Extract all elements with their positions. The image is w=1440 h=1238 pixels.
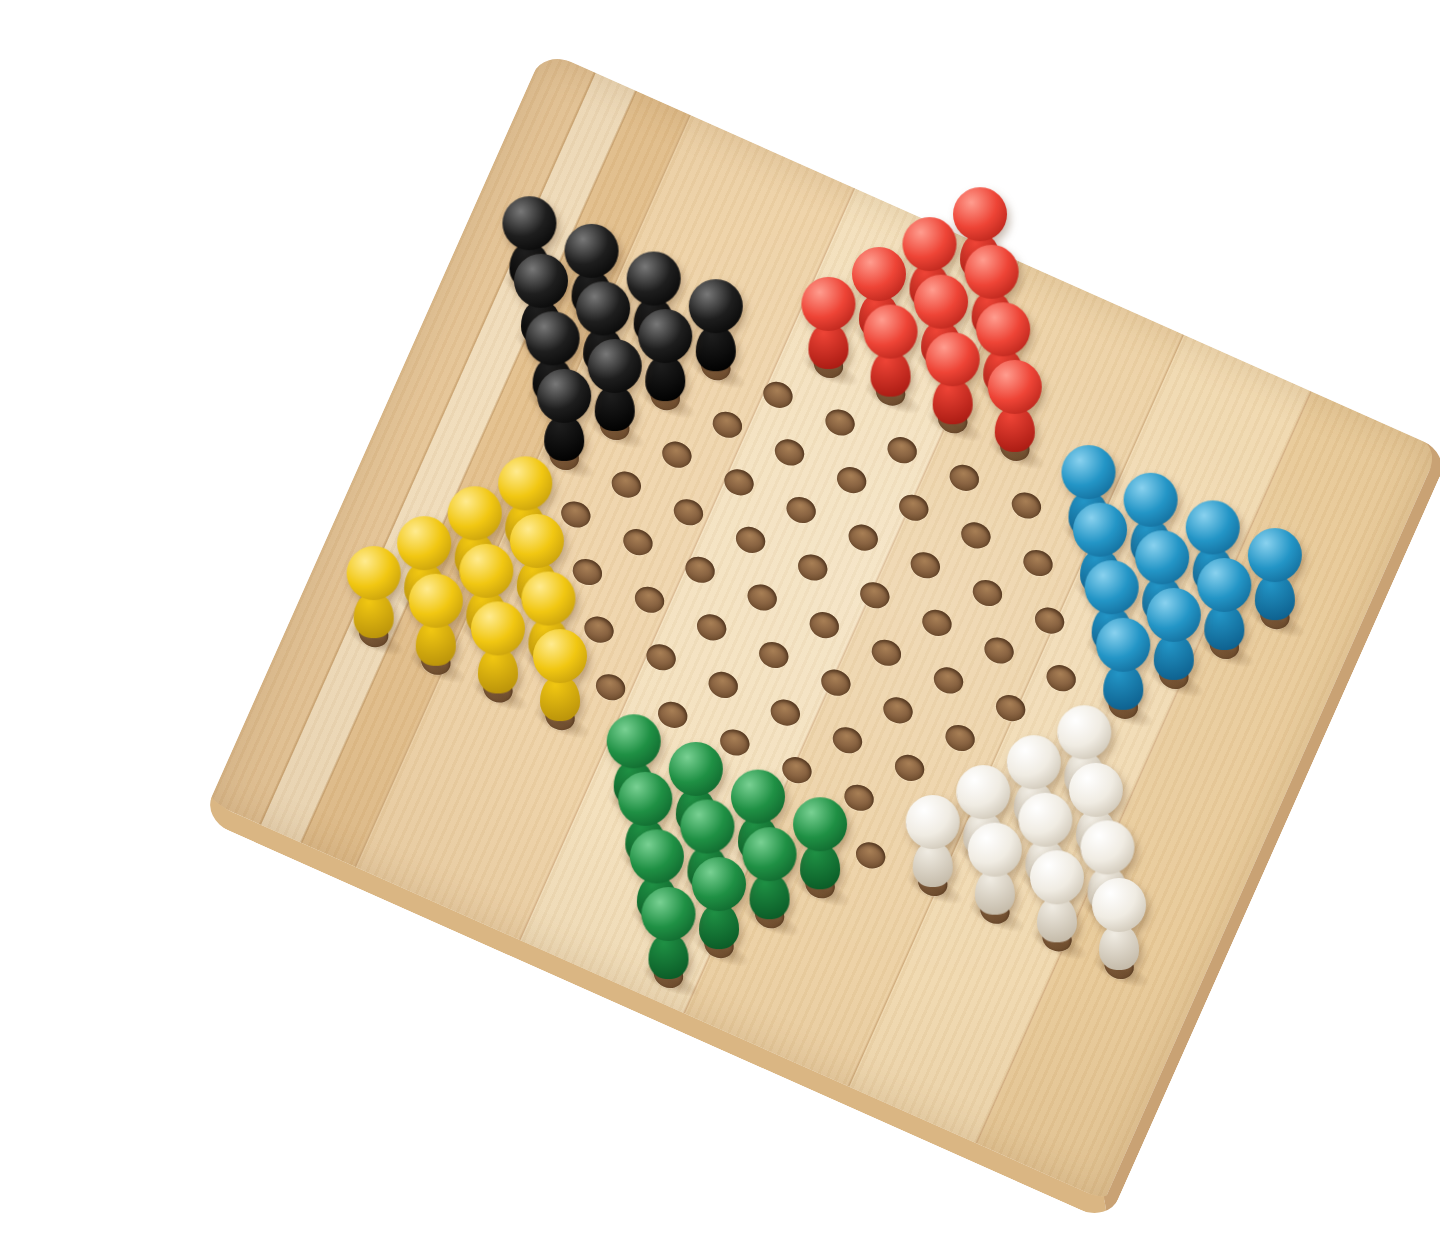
peg-ball-top bbox=[988, 360, 1042, 414]
peg-ball-top bbox=[903, 217, 957, 271]
hole-r11c6[interactable] bbox=[767, 695, 805, 730]
hole-r9c3[interactable] bbox=[681, 552, 719, 587]
blue-peg bbox=[1095, 618, 1151, 710]
red-peg bbox=[800, 277, 856, 369]
white-peg bbox=[1029, 850, 1085, 942]
hole-r8c6[interactable] bbox=[856, 578, 894, 613]
black-peg bbox=[688, 279, 744, 371]
red-peg bbox=[925, 332, 981, 424]
hole-r9c6[interactable] bbox=[868, 635, 906, 670]
peg-ball-top bbox=[526, 311, 580, 365]
peg-ball-top bbox=[397, 516, 451, 570]
peg-ball-top bbox=[689, 279, 743, 333]
hole-r8c5[interactable] bbox=[794, 550, 832, 585]
peg-ball-top bbox=[514, 254, 568, 308]
peg-ball-top bbox=[864, 305, 918, 359]
peg-ball-top bbox=[743, 827, 797, 881]
hole-r5c7[interactable] bbox=[883, 433, 921, 468]
hole-r6c7[interactable] bbox=[895, 490, 933, 525]
hole-r9c4[interactable] bbox=[743, 580, 781, 615]
hole-r13c9[interactable] bbox=[852, 838, 890, 873]
peg-ball-top bbox=[576, 281, 630, 335]
hole-r7c7[interactable] bbox=[907, 548, 945, 583]
peg-ball-top bbox=[537, 369, 591, 423]
peg-ball-top bbox=[669, 742, 723, 796]
blue-peg bbox=[1247, 528, 1303, 620]
black-peg bbox=[536, 369, 592, 461]
peg-ball-top bbox=[1085, 560, 1139, 614]
yellow-peg bbox=[346, 546, 402, 638]
peg-ball-top bbox=[565, 224, 619, 278]
hole-r6c5[interactable] bbox=[771, 435, 809, 470]
peg-ball-top bbox=[471, 601, 525, 655]
peg-ball-top bbox=[498, 456, 552, 510]
hole-r8c8[interactable] bbox=[980, 633, 1018, 668]
chinese-checkers-board bbox=[202, 50, 1440, 1222]
hole-r5c8[interactable] bbox=[945, 460, 983, 495]
hole-r10c4[interactable] bbox=[693, 610, 731, 645]
hole-r10c5[interactable] bbox=[755, 637, 793, 672]
peg-ball-top bbox=[630, 829, 684, 883]
peg-ball-top bbox=[1007, 735, 1061, 789]
hole-r7c9[interactable] bbox=[1031, 603, 1069, 638]
peg-ball-top bbox=[1135, 530, 1189, 584]
peg-ball-top bbox=[1197, 558, 1251, 612]
hole-r8c7[interactable] bbox=[918, 605, 956, 640]
peg-ball-top bbox=[968, 823, 1022, 877]
peg-ball-top bbox=[1248, 528, 1302, 582]
peg-ball-top bbox=[1018, 793, 1072, 847]
peg-ball-top bbox=[914, 275, 968, 329]
hole-r9c5[interactable] bbox=[805, 608, 843, 643]
peg-ball-top bbox=[680, 800, 734, 854]
hole-r12c4[interactable] bbox=[592, 670, 630, 705]
peg-ball-top bbox=[1092, 878, 1146, 932]
hole-r10c8[interactable] bbox=[941, 720, 979, 755]
hole-r7c5[interactable] bbox=[782, 492, 820, 527]
peg-ball-top bbox=[976, 302, 1030, 356]
yellow-peg bbox=[470, 601, 526, 693]
hole-r11c4[interactable] bbox=[642, 640, 680, 675]
hole-r6c9[interactable] bbox=[1019, 545, 1057, 580]
peg-ball-top bbox=[1081, 820, 1135, 874]
peg-ball-top bbox=[1073, 503, 1127, 557]
peg-ball-top bbox=[448, 486, 502, 540]
peg-ball-top bbox=[1062, 445, 1116, 499]
white-peg bbox=[905, 795, 961, 887]
hole-r9c7[interactable] bbox=[930, 663, 968, 698]
green-peg bbox=[742, 827, 798, 919]
hole-r7c6[interactable] bbox=[844, 520, 882, 555]
hole-r10c7[interactable] bbox=[879, 693, 917, 728]
peg-ball-top bbox=[521, 572, 575, 626]
green-peg bbox=[641, 887, 697, 979]
hole-r9c2[interactable] bbox=[619, 525, 657, 560]
hole-r7c8[interactable] bbox=[969, 575, 1007, 610]
hole-r6c8[interactable] bbox=[957, 518, 995, 553]
black-peg bbox=[587, 339, 643, 431]
peg-ball-top bbox=[502, 196, 556, 250]
hole-r8c2[interactable] bbox=[608, 467, 646, 502]
peg-ball-top bbox=[607, 714, 661, 768]
peg-ball-top bbox=[956, 765, 1010, 819]
peg-ball-top bbox=[692, 857, 746, 911]
hole-r11c7[interactable] bbox=[829, 723, 867, 758]
peg-ball-top bbox=[347, 546, 401, 600]
peg-ball-top bbox=[801, 277, 855, 331]
peg-ball-top bbox=[852, 247, 906, 301]
peg-ball-top bbox=[459, 544, 513, 598]
hole-r7c4[interactable] bbox=[720, 465, 758, 500]
hole-r10c6[interactable] bbox=[817, 665, 855, 700]
red-peg bbox=[863, 305, 919, 397]
peg-ball-top bbox=[1096, 618, 1150, 672]
hole-r11c5[interactable] bbox=[704, 667, 742, 702]
hole-r8c3[interactable] bbox=[670, 495, 708, 530]
red-peg bbox=[987, 360, 1043, 452]
hole-r8c9[interactable] bbox=[1042, 661, 1080, 696]
black-peg bbox=[637, 309, 693, 401]
green-peg bbox=[691, 857, 747, 949]
yellow-peg bbox=[532, 629, 588, 721]
peg-ball-top bbox=[953, 187, 1007, 241]
peg-ball-top bbox=[1147, 588, 1201, 642]
peg-ball-top bbox=[731, 770, 785, 824]
peg-ball-top bbox=[1069, 763, 1123, 817]
blue-peg bbox=[1146, 588, 1202, 680]
white-peg bbox=[1091, 878, 1147, 970]
green-peg bbox=[792, 797, 848, 889]
peg-ball-top bbox=[926, 332, 980, 386]
peg-ball-top bbox=[533, 629, 587, 683]
hole-r9c8[interactable] bbox=[992, 690, 1030, 725]
peg-ball-top bbox=[638, 309, 692, 363]
peg-ball-top bbox=[965, 245, 1019, 299]
hole-r6c4[interactable] bbox=[709, 407, 747, 442]
yellow-peg bbox=[408, 574, 464, 666]
hole-r10c3[interactable] bbox=[631, 582, 669, 617]
peg-ball-top bbox=[1057, 705, 1111, 759]
peg-ball-top bbox=[588, 339, 642, 393]
white-peg bbox=[967, 823, 1023, 915]
peg-ball-top bbox=[510, 514, 564, 568]
hole-r6c6[interactable] bbox=[833, 462, 871, 497]
peg-ball-top bbox=[1124, 473, 1178, 527]
hole-r7c3[interactable] bbox=[658, 437, 696, 472]
product-photo-canvas bbox=[0, 0, 1440, 1238]
hole-r5c9[interactable] bbox=[1008, 488, 1046, 523]
hole-r8c4[interactable] bbox=[732, 522, 770, 557]
peg-ball-top bbox=[409, 574, 463, 628]
star-hole-grid bbox=[209, 50, 1439, 1201]
blue-peg bbox=[1196, 558, 1252, 650]
hole-r5c6[interactable] bbox=[821, 405, 859, 440]
peg-ball-top bbox=[906, 795, 960, 849]
peg-ball-top bbox=[793, 797, 847, 851]
peg-ball-top bbox=[1186, 500, 1240, 554]
hole-r11c8[interactable] bbox=[891, 750, 929, 785]
peg-ball-top bbox=[618, 772, 672, 826]
peg-ball-top bbox=[1030, 850, 1084, 904]
peg-ball-top bbox=[642, 887, 696, 941]
hole-r5c5[interactable] bbox=[759, 377, 797, 412]
peg-ball-top bbox=[627, 252, 681, 306]
